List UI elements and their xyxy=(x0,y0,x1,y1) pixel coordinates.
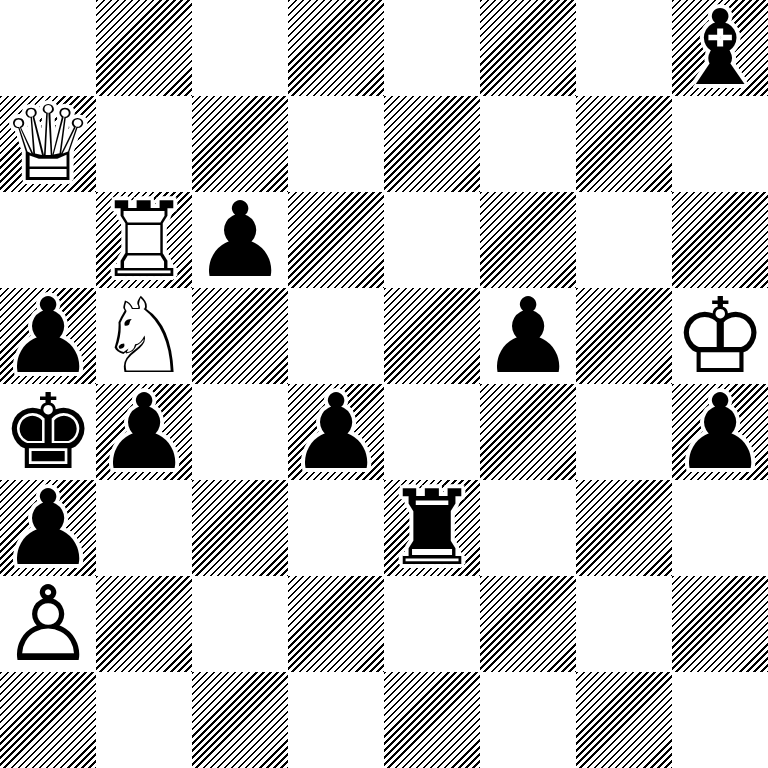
square-c8[interactable] xyxy=(192,0,288,96)
piece-black-king: ♚♚ xyxy=(0,384,96,480)
square-b4[interactable]: ♟♟ xyxy=(96,384,192,480)
square-g6[interactable] xyxy=(576,192,672,288)
white-king-icon: ♔ xyxy=(672,288,768,384)
square-e7[interactable] xyxy=(384,96,480,192)
piece-white-rook: ♜♖ xyxy=(96,192,192,288)
square-e1[interactable] xyxy=(384,672,480,768)
square-g2[interactable] xyxy=(576,576,672,672)
piece-black-pawn: ♟♟ xyxy=(0,480,96,576)
square-h4[interactable]: ♟♟ xyxy=(672,384,768,480)
square-e2[interactable] xyxy=(384,576,480,672)
piece-black-pawn: ♟♟ xyxy=(0,288,96,384)
piece-black-pawn: ♟♟ xyxy=(480,288,576,384)
piece-black-pawn: ♟♟ xyxy=(96,384,192,480)
square-d5[interactable] xyxy=(288,288,384,384)
piece-white-queen: ♛♕ xyxy=(0,96,96,192)
square-b5[interactable]: ♞♘ xyxy=(96,288,192,384)
piece-black-rook: ♜♜ xyxy=(384,480,480,576)
square-e4[interactable] xyxy=(384,384,480,480)
square-a2[interactable]: ♟♙ xyxy=(0,576,96,672)
square-f5[interactable]: ♟♟ xyxy=(480,288,576,384)
square-e5[interactable] xyxy=(384,288,480,384)
square-a4[interactable]: ♚♚ xyxy=(0,384,96,480)
square-g7[interactable] xyxy=(576,96,672,192)
black-pawn-icon: ♟ xyxy=(0,480,96,576)
white-knight-icon: ♘ xyxy=(96,288,192,384)
square-a1[interactable] xyxy=(0,672,96,768)
square-b3[interactable] xyxy=(96,480,192,576)
square-g4[interactable] xyxy=(576,384,672,480)
piece-black-pawn: ♟♟ xyxy=(288,384,384,480)
square-d3[interactable] xyxy=(288,480,384,576)
square-d4[interactable]: ♟♟ xyxy=(288,384,384,480)
square-e6[interactable] xyxy=(384,192,480,288)
square-g3[interactable] xyxy=(576,480,672,576)
piece-black-pawn: ♟♟ xyxy=(672,384,768,480)
square-g1[interactable] xyxy=(576,672,672,768)
square-f8[interactable] xyxy=(480,0,576,96)
black-rook-icon: ♜ xyxy=(384,480,480,576)
square-a8[interactable] xyxy=(0,0,96,96)
black-pawn-icon: ♟ xyxy=(288,384,384,480)
piece-black-pawn: ♟♟ xyxy=(192,192,288,288)
square-h2[interactable] xyxy=(672,576,768,672)
white-pawn-icon: ♙ xyxy=(0,576,96,672)
square-h5[interactable]: ♚♔ xyxy=(672,288,768,384)
square-d1[interactable] xyxy=(288,672,384,768)
square-b6[interactable]: ♜♖ xyxy=(96,192,192,288)
square-h3[interactable] xyxy=(672,480,768,576)
square-c6[interactable]: ♟♟ xyxy=(192,192,288,288)
square-f6[interactable] xyxy=(480,192,576,288)
black-king-icon: ♚ xyxy=(0,384,96,480)
square-c5[interactable] xyxy=(192,288,288,384)
square-h8[interactable]: ♝♝ xyxy=(672,0,768,96)
square-e3[interactable]: ♜♜ xyxy=(384,480,480,576)
square-b2[interactable] xyxy=(96,576,192,672)
black-pawn-icon: ♟ xyxy=(192,192,288,288)
square-f7[interactable] xyxy=(480,96,576,192)
square-c1[interactable] xyxy=(192,672,288,768)
square-f2[interactable] xyxy=(480,576,576,672)
square-b1[interactable] xyxy=(96,672,192,768)
black-bishop-icon: ♝ xyxy=(672,0,768,96)
piece-white-knight: ♞♘ xyxy=(96,288,192,384)
square-f1[interactable] xyxy=(480,672,576,768)
piece-white-king: ♚♔ xyxy=(672,288,768,384)
square-c3[interactable] xyxy=(192,480,288,576)
chess-board: ♝♝♛♕♜♖♟♟♟♟♞♘♟♟♚♔♚♚♟♟♟♟♟♟♟♟♜♜♟♙ xyxy=(0,0,768,768)
square-a6[interactable] xyxy=(0,192,96,288)
white-rook-icon: ♖ xyxy=(96,192,192,288)
square-d2[interactable] xyxy=(288,576,384,672)
black-pawn-icon: ♟ xyxy=(480,288,576,384)
square-c7[interactable] xyxy=(192,96,288,192)
square-a7[interactable]: ♛♕ xyxy=(0,96,96,192)
square-f3[interactable] xyxy=(480,480,576,576)
square-d8[interactable] xyxy=(288,0,384,96)
piece-white-pawn: ♟♙ xyxy=(0,576,96,672)
square-h6[interactable] xyxy=(672,192,768,288)
square-b7[interactable] xyxy=(96,96,192,192)
black-pawn-icon: ♟ xyxy=(0,288,96,384)
square-b8[interactable] xyxy=(96,0,192,96)
square-e8[interactable] xyxy=(384,0,480,96)
square-g8[interactable] xyxy=(576,0,672,96)
square-a3[interactable]: ♟♟ xyxy=(0,480,96,576)
square-a5[interactable]: ♟♟ xyxy=(0,288,96,384)
piece-black-bishop: ♝♝ xyxy=(672,0,768,96)
square-c2[interactable] xyxy=(192,576,288,672)
black-pawn-icon: ♟ xyxy=(672,384,768,480)
square-g5[interactable] xyxy=(576,288,672,384)
black-pawn-icon: ♟ xyxy=(96,384,192,480)
square-h7[interactable] xyxy=(672,96,768,192)
square-c4[interactable] xyxy=(192,384,288,480)
white-queen-icon: ♕ xyxy=(0,96,96,192)
square-h1[interactable] xyxy=(672,672,768,768)
square-f4[interactable] xyxy=(480,384,576,480)
square-d7[interactable] xyxy=(288,96,384,192)
square-d6[interactable] xyxy=(288,192,384,288)
